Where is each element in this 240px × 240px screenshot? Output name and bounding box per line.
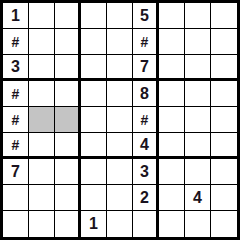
cell-r5c4[interactable] [81, 107, 107, 133]
cell-r5c8[interactable] [185, 107, 211, 133]
cell-r9c1[interactable] [3, 211, 29, 237]
cell-r9c6[interactable] [133, 211, 159, 237]
cell-r9c9[interactable] [211, 211, 237, 237]
cell-r8c7[interactable] [159, 185, 185, 211]
cell-r9c4[interactable]: 1 [81, 211, 107, 237]
cell-r8c1[interactable] [3, 185, 29, 211]
cell-r1c2[interactable] [29, 3, 55, 29]
cell-r1c4[interactable] [81, 3, 107, 29]
cell-r1c9[interactable] [211, 3, 237, 29]
cell-r6c2[interactable] [29, 133, 55, 159]
cell-r7c2[interactable] [29, 159, 55, 185]
cell-r3c3[interactable] [55, 55, 81, 81]
cell-r2c1[interactable]: # [3, 29, 29, 55]
cell-r2c4[interactable] [81, 29, 107, 55]
cell-r6c5[interactable] [107, 133, 133, 159]
cell-r3c5[interactable] [107, 55, 133, 81]
cell-r8c8[interactable]: 4 [185, 185, 211, 211]
cell-r5c6[interactable]: # [133, 107, 159, 133]
cell-r5c9[interactable] [211, 107, 237, 133]
cell-r8c4[interactable] [81, 185, 107, 211]
cell-r2c6[interactable]: # [133, 29, 159, 55]
cell-r8c5[interactable] [107, 185, 133, 211]
cell-r7c4[interactable] [81, 159, 107, 185]
cell-r1c3[interactable] [55, 3, 81, 29]
cell-r1c5[interactable] [107, 3, 133, 29]
cell-r3c9[interactable] [211, 55, 237, 81]
cell-r4c5[interactable] [107, 81, 133, 107]
cell-r4c2[interactable] [29, 81, 55, 107]
cell-r8c6[interactable]: 2 [133, 185, 159, 211]
cell-r5c2[interactable] [29, 107, 55, 133]
sudoku-board: 15##37#8###473241 [0, 0, 240, 240]
cell-r3c2[interactable] [29, 55, 55, 81]
cell-r5c7[interactable] [159, 107, 185, 133]
cell-r6c4[interactable] [81, 133, 107, 159]
cell-r9c3[interactable] [55, 211, 81, 237]
cell-r5c5[interactable] [107, 107, 133, 133]
cell-r4c9[interactable] [211, 81, 237, 107]
cell-r4c7[interactable] [159, 81, 185, 107]
cell-r7c9[interactable] [211, 159, 237, 185]
cell-r6c3[interactable] [55, 133, 81, 159]
cell-r7c5[interactable] [107, 159, 133, 185]
cell-r7c8[interactable] [185, 159, 211, 185]
cell-r3c8[interactable] [185, 55, 211, 81]
cell-r2c9[interactable] [211, 29, 237, 55]
cell-r2c2[interactable] [29, 29, 55, 55]
cell-r6c9[interactable] [211, 133, 237, 159]
cell-r3c4[interactable] [81, 55, 107, 81]
cell-r3c1[interactable]: 3 [3, 55, 29, 81]
cell-r8c3[interactable] [55, 185, 81, 211]
cell-r5c3[interactable] [55, 107, 81, 133]
cell-r4c3[interactable] [55, 81, 81, 107]
cell-r9c2[interactable] [29, 211, 55, 237]
cell-r1c6[interactable]: 5 [133, 3, 159, 29]
cell-r4c1[interactable]: # [3, 81, 29, 107]
cell-r2c8[interactable] [185, 29, 211, 55]
cell-r6c1[interactable]: # [3, 133, 29, 159]
cell-r2c5[interactable] [107, 29, 133, 55]
cell-r1c8[interactable] [185, 3, 211, 29]
cell-r6c7[interactable] [159, 133, 185, 159]
cell-r9c5[interactable] [107, 211, 133, 237]
cell-r9c8[interactable] [185, 211, 211, 237]
cell-r5c1[interactable]: # [3, 107, 29, 133]
cell-r4c8[interactable] [185, 81, 211, 107]
cell-r2c7[interactable] [159, 29, 185, 55]
cell-r9c7[interactable] [159, 211, 185, 237]
cell-r4c4[interactable] [81, 81, 107, 107]
cell-r7c7[interactable] [159, 159, 185, 185]
cell-r7c3[interactable] [55, 159, 81, 185]
cell-r7c1[interactable]: 7 [3, 159, 29, 185]
cell-r3c7[interactable] [159, 55, 185, 81]
cell-r2c3[interactable] [55, 29, 81, 55]
cell-r6c8[interactable] [185, 133, 211, 159]
cell-r8c2[interactable] [29, 185, 55, 211]
cell-r4c6[interactable]: 8 [133, 81, 159, 107]
cell-r6c6[interactable]: 4 [133, 133, 159, 159]
cell-r1c7[interactable] [159, 3, 185, 29]
cell-r7c6[interactable]: 3 [133, 159, 159, 185]
cell-r3c6[interactable]: 7 [133, 55, 159, 81]
cell-r1c1[interactable]: 1 [3, 3, 29, 29]
cell-r8c9[interactable] [211, 185, 237, 211]
